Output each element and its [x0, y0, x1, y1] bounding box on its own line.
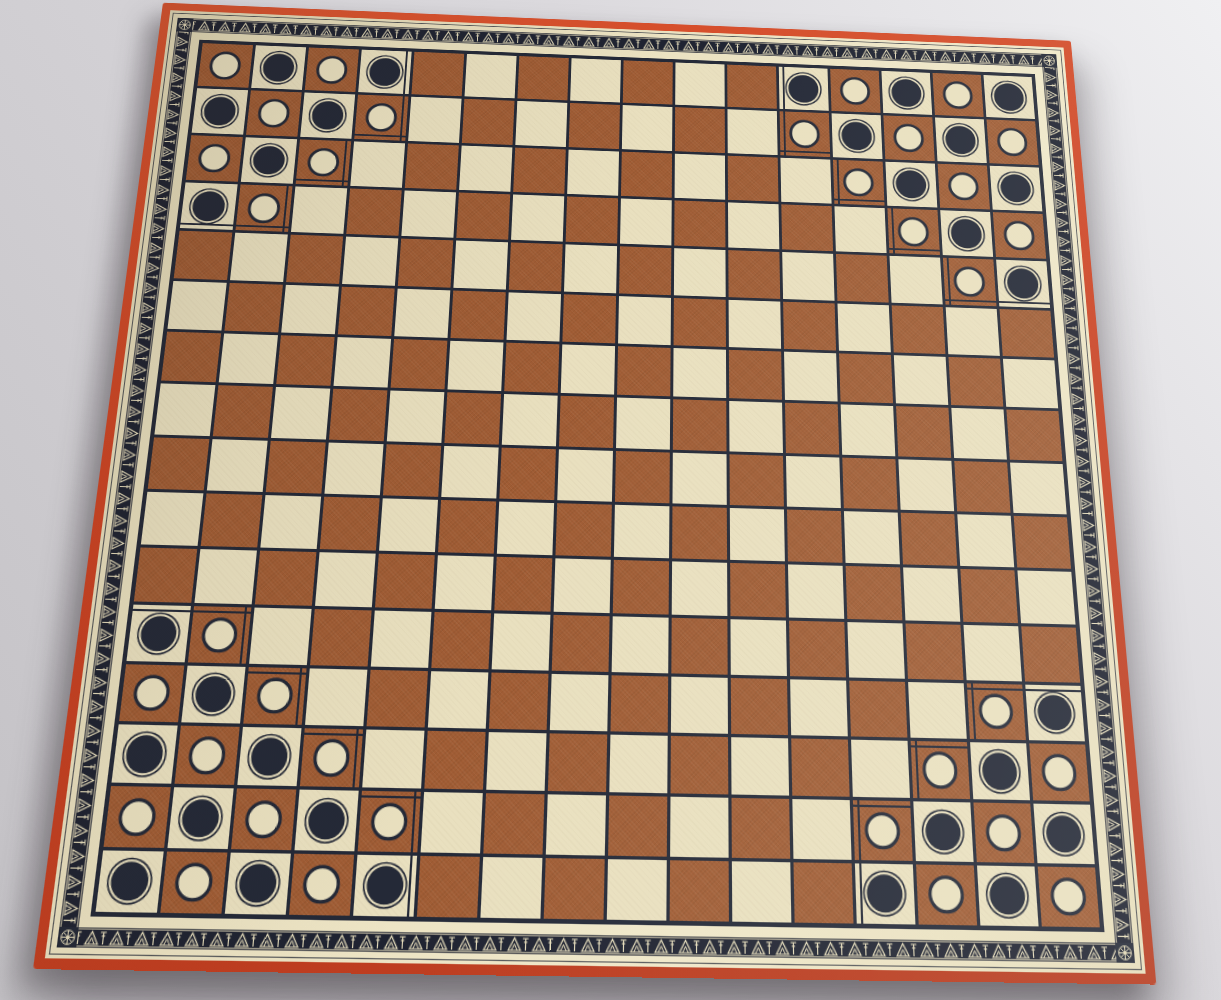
camp-circle-cream — [843, 168, 875, 197]
board-square[interactable] — [783, 301, 836, 350]
board-square[interactable] — [670, 797, 729, 857]
board-square[interactable] — [192, 88, 248, 134]
board-square[interactable] — [456, 192, 510, 239]
board-square[interactable] — [791, 738, 849, 797]
board-square[interactable] — [401, 190, 456, 238]
board-square[interactable] — [160, 851, 227, 914]
board-square[interactable] — [977, 865, 1039, 926]
board-square[interactable] — [1033, 804, 1094, 864]
camp-boundary-line — [853, 805, 910, 808]
board-square[interactable] — [674, 248, 726, 296]
board-square[interactable] — [515, 101, 567, 147]
board-square[interactable] — [790, 679, 848, 736]
board-square[interactable] — [246, 91, 302, 137]
board-square[interactable] — [1010, 462, 1067, 514]
board-square[interactable] — [559, 396, 614, 448]
board-square[interactable] — [350, 141, 405, 188]
board-square[interactable] — [286, 235, 343, 284]
board-square[interactable] — [186, 135, 243, 182]
board-square[interactable] — [231, 789, 296, 850]
board-square[interactable] — [622, 105, 673, 150]
corner-rosette-icon — [176, 18, 194, 32]
board-square[interactable] — [492, 614, 551, 670]
board-square[interactable] — [730, 508, 785, 562]
board-square[interactable] — [1017, 571, 1075, 625]
board-square[interactable] — [906, 624, 964, 680]
board-square[interactable] — [1014, 516, 1071, 569]
board-square[interactable] — [127, 605, 191, 662]
camp-circle-dark — [191, 191, 227, 222]
board-square[interactable] — [730, 620, 786, 676]
board-square[interactable] — [608, 796, 667, 856]
camp-circle-dark — [237, 863, 278, 903]
board-square[interactable] — [1021, 627, 1080, 683]
board-square[interactable] — [367, 670, 428, 728]
board-square[interactable] — [450, 290, 505, 340]
board-square[interactable] — [387, 391, 445, 443]
board-square[interactable] — [616, 398, 670, 449]
board-square[interactable] — [499, 447, 556, 500]
board-square[interactable] — [732, 861, 791, 923]
board-square[interactable] — [785, 403, 839, 454]
board-square[interactable] — [901, 513, 957, 566]
board-square[interactable] — [497, 501, 554, 555]
board-square[interactable] — [896, 406, 951, 457]
board-square[interactable] — [243, 667, 306, 725]
camp-circle-cream — [978, 693, 1015, 730]
board-square[interactable] — [486, 732, 546, 791]
board-square[interactable] — [394, 288, 450, 338]
board-square[interactable] — [851, 740, 910, 799]
board-square[interactable] — [554, 558, 611, 613]
board-square[interactable] — [96, 850, 164, 913]
camp-boundary-line — [342, 141, 348, 186]
board-square[interactable] — [621, 151, 672, 197]
board-square[interactable] — [839, 353, 893, 403]
board-square[interactable] — [236, 184, 293, 232]
board-square[interactable] — [444, 392, 501, 444]
board-square[interactable] — [291, 186, 347, 234]
board-square[interactable] — [181, 665, 245, 723]
camp-circle-dark — [981, 753, 1018, 790]
camp-circle-cream — [996, 128, 1028, 157]
board-square[interactable] — [908, 682, 967, 739]
board-square[interactable] — [844, 511, 900, 565]
board-square[interactable] — [903, 568, 960, 623]
board-square[interactable] — [672, 452, 726, 505]
board-square[interactable] — [671, 676, 728, 734]
board-square[interactable] — [970, 742, 1030, 800]
camp-circle-dark — [180, 799, 221, 838]
board-square[interactable] — [730, 563, 786, 618]
board-square[interactable] — [670, 860, 729, 922]
camp-circle-cream — [208, 51, 243, 80]
board-square[interactable] — [333, 337, 391, 388]
board-square[interactable] — [728, 155, 779, 201]
board-square[interactable] — [424, 731, 485, 790]
board-square[interactable] — [951, 408, 1007, 459]
board-square[interactable] — [552, 615, 610, 671]
photo-background — [0, 0, 1221, 1000]
board-square[interactable] — [379, 498, 438, 552]
board-square[interactable] — [894, 355, 948, 405]
board-square[interactable] — [946, 307, 1000, 356]
board-square[interactable] — [371, 611, 432, 668]
camp-circle-cream — [246, 193, 281, 223]
board-square[interactable] — [620, 198, 672, 245]
board-square[interactable] — [729, 299, 782, 348]
board-square[interactable] — [391, 339, 448, 390]
board-square[interactable] — [201, 493, 263, 547]
board-square[interactable] — [555, 503, 611, 557]
board-square[interactable] — [728, 202, 779, 249]
camp-boundary-line — [837, 160, 840, 204]
board-square[interactable] — [441, 445, 498, 498]
board-square[interactable] — [417, 856, 480, 918]
board-square[interactable] — [408, 97, 461, 143]
camp-boundary-line — [361, 796, 420, 799]
board-square[interactable] — [428, 671, 488, 729]
board-square[interactable] — [453, 241, 508, 289]
board-square[interactable] — [548, 733, 607, 792]
board-square[interactable] — [353, 854, 417, 916]
board-square[interactable] — [898, 459, 954, 511]
board-square[interactable] — [354, 95, 408, 141]
board-square[interactable] — [837, 303, 890, 352]
board-square[interactable] — [421, 792, 483, 853]
board-square[interactable] — [612, 617, 669, 673]
board-square[interactable] — [383, 444, 441, 497]
board-square[interactable] — [836, 254, 889, 302]
board-square[interactable] — [731, 678, 788, 735]
camp-circle-dark — [250, 738, 290, 776]
camp-circle-cream — [255, 677, 294, 714]
board-square[interactable] — [241, 137, 297, 184]
board-square[interactable] — [938, 163, 990, 209]
board-square[interactable] — [119, 664, 184, 722]
camp-boundary-line — [1026, 689, 1081, 692]
camp-circle-cream — [947, 172, 979, 201]
board-square[interactable] — [566, 196, 618, 243]
board-square[interactable] — [544, 858, 605, 920]
board-square[interactable] — [315, 552, 376, 607]
board-square[interactable] — [943, 258, 997, 306]
camp-circle-cream — [893, 124, 925, 153]
board-square[interactable] — [320, 497, 380, 551]
board-square[interactable] — [609, 735, 667, 794]
board-square[interactable] — [610, 675, 668, 733]
board-square[interactable] — [338, 286, 395, 336]
camp-circle-dark — [1036, 695, 1073, 731]
board-square[interactable] — [251, 45, 306, 90]
board-square[interactable] — [167, 281, 226, 331]
board-square[interactable] — [675, 107, 725, 152]
board-square[interactable] — [405, 143, 459, 190]
board-square[interactable] — [141, 492, 204, 546]
board-square[interactable] — [134, 548, 197, 604]
board-square[interactable] — [916, 864, 977, 925]
board-square[interactable] — [305, 668, 367, 726]
board-square[interactable] — [271, 387, 330, 439]
board-square[interactable] — [881, 71, 932, 115]
board-square[interactable] — [188, 607, 251, 664]
board-square[interactable] — [194, 549, 257, 605]
board-square[interactable] — [999, 309, 1054, 358]
board-square[interactable] — [849, 680, 907, 737]
board-square[interactable] — [276, 335, 334, 386]
board-square[interactable] — [462, 99, 515, 145]
camp-circle-cream — [200, 617, 239, 653]
board-square[interactable] — [613, 560, 669, 615]
board-square[interactable] — [346, 188, 401, 236]
camp-circle-dark — [1045, 815, 1083, 853]
board-square[interactable] — [375, 554, 435, 609]
board-square[interactable] — [502, 394, 558, 446]
board-square[interactable] — [674, 200, 725, 247]
board-square[interactable] — [729, 401, 783, 452]
board-square[interactable] — [509, 243, 563, 291]
board-square[interactable] — [289, 853, 354, 915]
board-square[interactable] — [517, 56, 568, 101]
board-square[interactable] — [619, 247, 671, 295]
board-square[interactable] — [614, 505, 670, 559]
board-square[interactable] — [435, 555, 494, 610]
board-square[interactable] — [174, 231, 233, 280]
board-square[interactable] — [225, 852, 291, 915]
board-square[interactable] — [623, 60, 673, 105]
camp-circle-cream — [897, 217, 930, 247]
camp-boundary-line — [296, 179, 348, 183]
board-square[interactable] — [954, 460, 1010, 512]
board-square[interactable] — [161, 331, 221, 382]
board-square[interactable] — [847, 623, 904, 679]
board-square[interactable] — [996, 260, 1050, 308]
board-square[interactable] — [358, 791, 421, 852]
board-square[interactable] — [780, 157, 831, 203]
board-square[interactable] — [329, 389, 387, 441]
board-square[interactable] — [673, 399, 727, 450]
board-square[interactable] — [504, 342, 559, 393]
board-square[interactable] — [513, 147, 566, 193]
board-square[interactable] — [569, 103, 620, 148]
board-square[interactable] — [480, 857, 542, 919]
board-square[interactable] — [1038, 866, 1100, 927]
board-square[interactable] — [727, 65, 777, 109]
board-square[interactable] — [464, 54, 516, 99]
board-square[interactable] — [786, 455, 841, 507]
board-square[interactable] — [1025, 684, 1085, 741]
board-square[interactable] — [295, 790, 359, 851]
board-square[interactable] — [507, 292, 561, 341]
camp-circle-dark — [262, 53, 296, 82]
camp-circle-dark — [202, 97, 237, 126]
board-square[interactable] — [230, 233, 288, 282]
camp-boundary-line — [400, 97, 405, 141]
board-square[interactable] — [305, 47, 359, 92]
board-square[interactable] — [1003, 359, 1058, 409]
board-square[interactable] — [983, 75, 1035, 119]
board-square[interactable] — [618, 296, 671, 345]
board-square[interactable] — [617, 346, 671, 396]
board-square[interactable] — [833, 159, 885, 205]
board-square[interactable] — [249, 608, 311, 665]
board-square[interactable] — [832, 114, 883, 159]
board-square[interactable] — [883, 116, 934, 161]
camp-boundary-line — [782, 67, 785, 109]
board-square[interactable] — [310, 609, 372, 666]
board-square[interactable] — [324, 442, 383, 495]
board-square[interactable] — [266, 440, 326, 493]
board-square[interactable] — [788, 565, 844, 620]
board-square[interactable] — [732, 798, 791, 858]
camp-circle-cream — [1049, 877, 1088, 916]
board-square[interactable] — [300, 93, 355, 139]
board-square[interactable] — [148, 437, 210, 490]
board-square[interactable] — [459, 145, 512, 192]
board-square[interactable] — [237, 727, 301, 787]
board-square[interactable] — [784, 352, 838, 402]
board-square[interactable] — [887, 208, 940, 255]
board-square[interactable] — [933, 73, 984, 117]
board-square[interactable] — [167, 788, 233, 849]
board-square[interactable] — [494, 557, 552, 612]
board-square[interactable] — [197, 43, 253, 88]
board-square[interactable] — [940, 210, 993, 257]
board-square[interactable] — [957, 514, 1014, 567]
board-square[interactable] — [948, 357, 1003, 407]
camp-circle-cream — [187, 736, 228, 774]
board-square[interactable] — [675, 62, 725, 106]
camp-circle-cream — [306, 147, 341, 177]
board-square[interactable] — [834, 206, 886, 253]
board-square[interactable] — [789, 621, 846, 677]
board-square[interactable] — [673, 348, 726, 398]
camp-circle-dark — [139, 615, 179, 651]
board-square[interactable] — [731, 737, 789, 796]
board-square[interactable] — [890, 256, 943, 304]
board-square[interactable] — [967, 683, 1026, 740]
board-square[interactable] — [358, 50, 412, 95]
board-square[interactable] — [180, 182, 238, 230]
board-square[interactable] — [729, 454, 783, 506]
board-square[interactable] — [431, 612, 491, 669]
camp-boundary-line — [239, 608, 247, 664]
board-square[interactable] — [207, 439, 268, 492]
board-square[interactable] — [411, 52, 464, 97]
board-square[interactable] — [174, 726, 239, 786]
board-square[interactable] — [561, 344, 615, 394]
board-square[interactable] — [111, 724, 177, 784]
board-square[interactable] — [729, 350, 782, 400]
board-square[interactable] — [104, 786, 171, 847]
board-square[interactable] — [780, 112, 831, 157]
board-square[interactable] — [987, 120, 1039, 165]
board-square[interactable] — [674, 298, 726, 347]
camp-circle-cream — [197, 143, 232, 173]
board-square[interactable] — [675, 153, 726, 199]
board-square[interactable] — [793, 862, 853, 924]
board-square[interactable] — [846, 566, 903, 621]
camp-circle-dark — [1006, 268, 1040, 299]
board-square[interactable] — [562, 294, 616, 343]
camp-boundary-line — [248, 671, 306, 674]
board-square[interactable] — [511, 194, 564, 241]
board-square[interactable] — [557, 449, 613, 502]
board-square[interactable] — [300, 728, 363, 787]
board-square[interactable] — [960, 569, 1018, 624]
board-square[interactable] — [787, 509, 843, 563]
board-square[interactable] — [781, 204, 833, 251]
board-square[interactable] — [213, 385, 273, 437]
board-square[interactable] — [728, 250, 780, 298]
camp-boundary-line — [911, 745, 967, 748]
board-square[interactable] — [885, 161, 937, 207]
board-square[interactable] — [281, 284, 339, 334]
board-square[interactable] — [842, 457, 897, 509]
corner-rosette-icon — [57, 927, 79, 948]
board-square[interactable] — [855, 863, 916, 924]
board-square[interactable] — [546, 795, 606, 856]
board-square[interactable] — [1029, 743, 1089, 801]
board-square[interactable] — [727, 109, 777, 154]
board-square[interactable] — [398, 239, 453, 288]
board-square[interactable] — [672, 506, 727, 560]
board-square[interactable] — [615, 450, 670, 503]
board-square[interactable] — [964, 625, 1022, 681]
board-square[interactable] — [550, 674, 609, 732]
board-square[interactable] — [935, 118, 987, 163]
board-square[interactable] — [219, 333, 278, 384]
board-square[interactable] — [782, 252, 834, 300]
board-square[interactable] — [830, 69, 880, 113]
board-square[interactable] — [1006, 410, 1062, 461]
board-square[interactable] — [672, 562, 728, 617]
board-square[interactable] — [570, 58, 621, 103]
board-square[interactable] — [607, 859, 667, 921]
camp-circle-dark — [993, 83, 1025, 111]
board-square[interactable] — [255, 551, 317, 607]
board-square[interactable] — [841, 405, 896, 456]
board-square[interactable] — [853, 801, 913, 861]
camp-circle-cream — [953, 267, 986, 298]
board-square[interactable] — [671, 736, 729, 795]
camp-circle-cream — [116, 797, 158, 836]
board-square[interactable] — [154, 384, 215, 436]
board-square[interactable] — [342, 237, 398, 286]
board-square[interactable] — [489, 672, 549, 730]
board-square[interactable] — [993, 212, 1046, 259]
board-square[interactable] — [792, 799, 851, 859]
camp-boundary-line — [236, 225, 289, 229]
board-square[interactable] — [671, 618, 727, 674]
board-square[interactable] — [913, 802, 973, 862]
board-square[interactable] — [483, 794, 544, 855]
board-square[interactable] — [990, 165, 1043, 211]
board-square[interactable] — [362, 730, 424, 789]
board-square[interactable] — [224, 283, 282, 333]
board-square[interactable] — [260, 495, 321, 549]
board-square[interactable] — [567, 149, 619, 195]
board-square[interactable] — [911, 741, 970, 800]
board-square[interactable] — [438, 500, 496, 554]
camp-boundary-line — [857, 801, 861, 860]
board-square[interactable] — [564, 245, 617, 293]
board-square[interactable] — [296, 139, 352, 186]
board-square[interactable] — [447, 341, 503, 392]
board-square[interactable] — [892, 305, 946, 354]
board-square[interactable] — [779, 67, 829, 111]
board-square[interactable] — [973, 803, 1034, 863]
